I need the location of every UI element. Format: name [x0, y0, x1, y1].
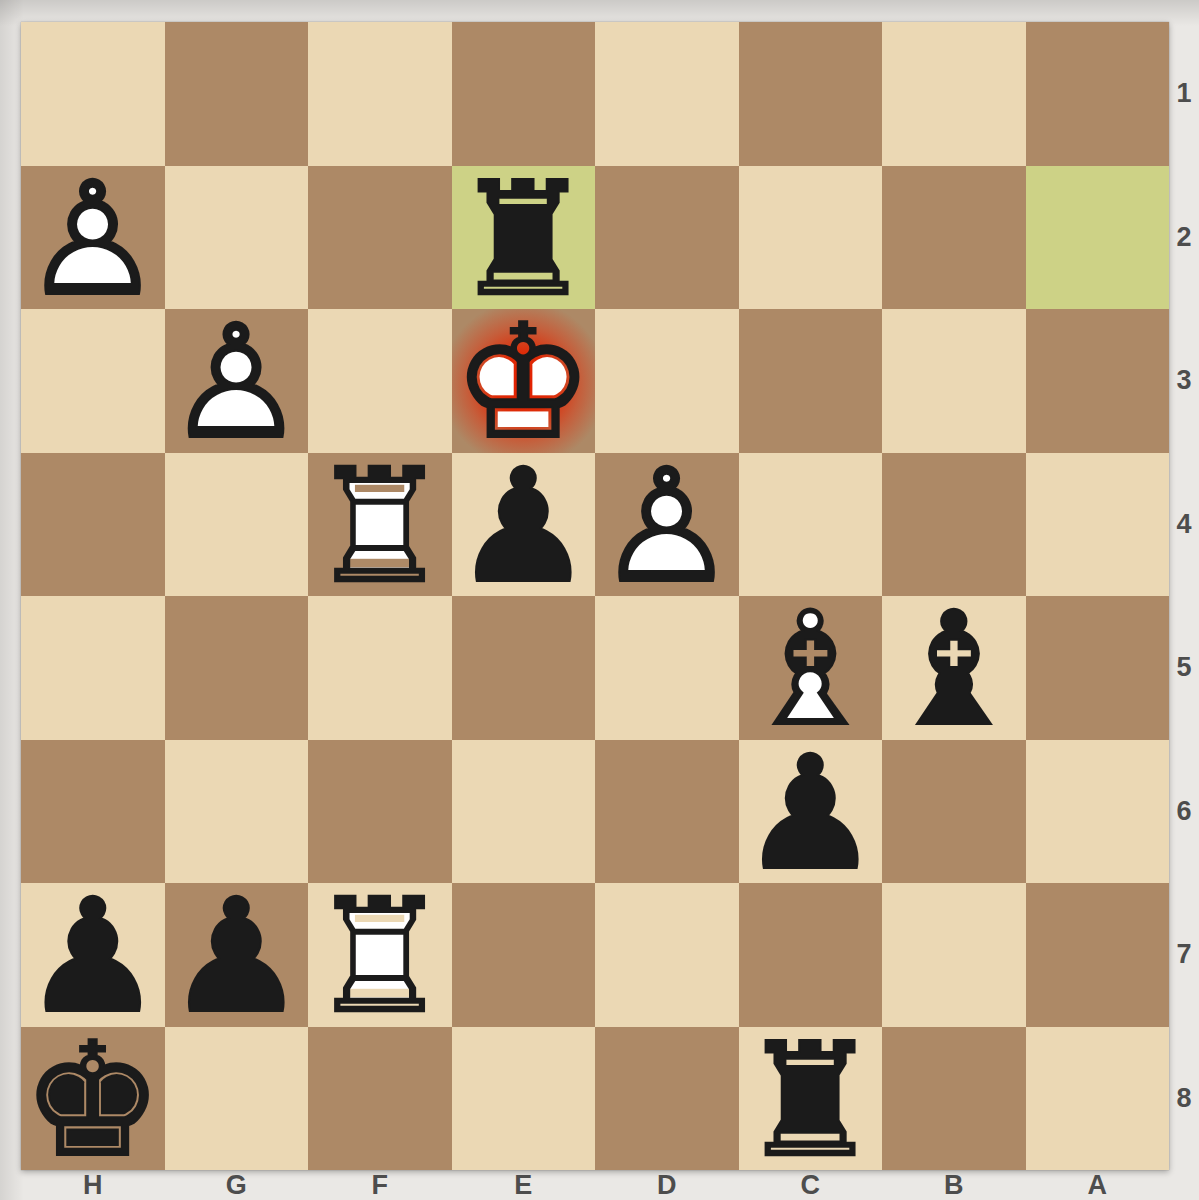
square-e3[interactable]: ♚♔: [452, 309, 596, 453]
square-e6[interactable]: [452, 740, 596, 884]
piece-outline-glyph: ♙: [595, 455, 739, 599]
piece-fill-glyph: ♟: [739, 742, 883, 886]
square-f6[interactable]: [308, 740, 452, 884]
square-b6[interactable]: [882, 740, 1026, 884]
square-b4[interactable]: [882, 453, 1026, 597]
square-c7[interactable]: [739, 883, 883, 1027]
square-f2[interactable]: [308, 166, 452, 310]
file-labels: HGFEDCBA: [21, 1170, 1169, 1200]
square-d3[interactable]: [595, 309, 739, 453]
rank-label-8: 8: [1169, 1027, 1199, 1171]
square-a5[interactable]: [1026, 596, 1170, 740]
square-b8[interactable]: [882, 1027, 1026, 1171]
rank-label-2: 2: [1169, 166, 1199, 310]
square-e5[interactable]: [452, 596, 596, 740]
square-b2[interactable]: [882, 166, 1026, 310]
file-label-e: E: [452, 1170, 596, 1200]
square-h6[interactable]: [21, 740, 165, 884]
square-c1[interactable]: [739, 22, 883, 166]
square-f4[interactable]: ♜♖: [308, 453, 452, 597]
square-g7[interactable]: ♟: [165, 883, 309, 1027]
file-label-f: F: [308, 1170, 452, 1200]
file-label-c: C: [739, 1170, 883, 1200]
file-label-a: A: [1026, 1170, 1170, 1200]
square-b3[interactable]: [882, 309, 1026, 453]
square-a8[interactable]: [1026, 1027, 1170, 1171]
chess-board-container: ♟♙♜♟♙♚♔♜♖♟♟♙♝♗♝♟♟♟♜♖♚♜: [21, 22, 1169, 1170]
square-g6[interactable]: [165, 740, 309, 884]
file-label-g: G: [165, 1170, 309, 1200]
black-bishop[interactable]: ♝: [882, 596, 1026, 740]
piece-outline-glyph: ♙: [165, 311, 309, 455]
square-a7[interactable]: [1026, 883, 1170, 1027]
file-label-d: D: [595, 1170, 739, 1200]
square-f8[interactable]: [308, 1027, 452, 1171]
square-h2[interactable]: ♟♙: [21, 166, 165, 310]
square-c3[interactable]: [739, 309, 883, 453]
piece-fill-glyph: ♚: [21, 1029, 165, 1173]
square-g2[interactable]: [165, 166, 309, 310]
white-pawn[interactable]: ♟♙: [165, 309, 309, 453]
rank-label-4: 4: [1169, 453, 1199, 597]
black-rook[interactable]: ♜: [452, 166, 596, 310]
square-f7[interactable]: ♜♖: [308, 883, 452, 1027]
rank-label-3: 3: [1169, 309, 1199, 453]
square-c4[interactable]: [739, 453, 883, 597]
square-g3[interactable]: ♟♙: [165, 309, 309, 453]
square-f3[interactable]: [308, 309, 452, 453]
square-e2[interactable]: ♜: [452, 166, 596, 310]
square-h7[interactable]: ♟: [21, 883, 165, 1027]
piece-fill-glyph: ♟: [165, 885, 309, 1029]
square-g5[interactable]: [165, 596, 309, 740]
square-a3[interactable]: [1026, 309, 1170, 453]
square-d1[interactable]: [595, 22, 739, 166]
piece-outline-glyph: ♙: [21, 168, 165, 312]
square-b5[interactable]: ♝: [882, 596, 1026, 740]
rank-label-6: 6: [1169, 740, 1199, 884]
piece-fill-glyph: ♟: [452, 455, 596, 599]
square-b1[interactable]: [882, 22, 1026, 166]
square-e1[interactable]: [452, 22, 596, 166]
white-king[interactable]: ♚♔: [452, 309, 596, 453]
square-a2[interactable]: [1026, 166, 1170, 310]
square-h3[interactable]: [21, 309, 165, 453]
square-h4[interactable]: [21, 453, 165, 597]
square-d2[interactable]: [595, 166, 739, 310]
square-e4[interactable]: ♟: [452, 453, 596, 597]
white-pawn[interactable]: ♟♙: [21, 166, 165, 310]
square-a4[interactable]: [1026, 453, 1170, 597]
square-f1[interactable]: [308, 22, 452, 166]
black-pawn[interactable]: ♟: [452, 453, 596, 597]
square-h8[interactable]: ♚: [21, 1027, 165, 1171]
chess-board: ♟♙♜♟♙♚♔♜♖♟♟♙♝♗♝♟♟♟♜♖♚♜: [21, 22, 1169, 1170]
square-d7[interactable]: [595, 883, 739, 1027]
square-g8[interactable]: [165, 1027, 309, 1171]
file-label-h: H: [21, 1170, 165, 1200]
square-d4[interactable]: ♟♙: [595, 453, 739, 597]
black-pawn[interactable]: ♟: [165, 883, 309, 1027]
square-c2[interactable]: [739, 166, 883, 310]
square-h1[interactable]: [21, 22, 165, 166]
square-h5[interactable]: [21, 596, 165, 740]
square-c8[interactable]: ♜: [739, 1027, 883, 1171]
square-c5[interactable]: ♝♗: [739, 596, 883, 740]
square-d6[interactable]: [595, 740, 739, 884]
white-pawn[interactable]: ♟♙: [595, 453, 739, 597]
square-b7[interactable]: [882, 883, 1026, 1027]
square-e8[interactable]: [452, 1027, 596, 1171]
rank-label-7: 7: [1169, 883, 1199, 1027]
rank-label-5: 5: [1169, 596, 1199, 740]
black-pawn[interactable]: ♟: [21, 883, 165, 1027]
white-rook[interactable]: ♜♖: [308, 453, 452, 597]
square-c6[interactable]: ♟: [739, 740, 883, 884]
piece-fill-glyph: ♜: [739, 1029, 883, 1173]
black-king[interactable]: ♚: [21, 1027, 165, 1171]
square-a6[interactable]: [1026, 740, 1170, 884]
square-f5[interactable]: [308, 596, 452, 740]
square-d8[interactable]: [595, 1027, 739, 1171]
black-pawn[interactable]: ♟: [739, 740, 883, 884]
black-rook[interactable]: ♜: [739, 1027, 883, 1171]
rank-label-1: 1: [1169, 22, 1199, 166]
square-g4[interactable]: [165, 453, 309, 597]
file-label-b: B: [882, 1170, 1026, 1200]
piece-outline-glyph: ♖: [308, 885, 452, 1029]
square-g1[interactable]: [165, 22, 309, 166]
square-a1[interactable]: [1026, 22, 1170, 166]
rank-labels: 12345678: [1169, 22, 1199, 1170]
piece-fill-glyph: ♝: [882, 598, 1026, 742]
white-rook[interactable]: ♜♖: [308, 883, 452, 1027]
piece-outline-glyph: ♖: [308, 455, 452, 599]
square-e7[interactable]: [452, 883, 596, 1027]
white-bishop[interactable]: ♝♗: [739, 596, 883, 740]
square-d5[interactable]: [595, 596, 739, 740]
